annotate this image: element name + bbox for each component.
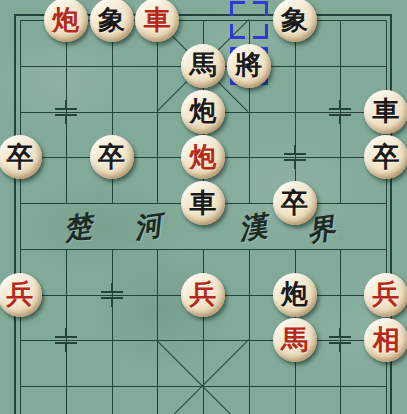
piece-glyph: 卒 bbox=[281, 189, 308, 216]
piece-glyph: 卒 bbox=[373, 143, 400, 170]
piece-glyph: 炮 bbox=[190, 143, 217, 170]
piece-black-elephant[interactable]: 象 bbox=[90, 0, 134, 42]
grid-line bbox=[249, 249, 250, 414]
piece-red-soldier[interactable]: 兵 bbox=[364, 273, 407, 317]
piece-black-cannon[interactable]: 炮 bbox=[181, 90, 225, 134]
point-marker-stroke bbox=[55, 336, 77, 338]
last-move-marker-corner bbox=[253, 1, 268, 16]
point-marker-stroke bbox=[329, 108, 351, 110]
point-marker-stroke bbox=[294, 145, 296, 153]
point-marker-stroke bbox=[111, 299, 113, 307]
piece-glyph: 炮 bbox=[281, 280, 308, 307]
point-marker-stroke bbox=[294, 161, 296, 169]
piece-black-general[interactable]: 將 bbox=[227, 44, 271, 88]
piece-glyph: 相 bbox=[373, 326, 400, 353]
xiangqi-board[interactable]: 楚河漢界炮象車象馬將炮車卒卒炮卒車卒兵兵炮兵馬相 bbox=[0, 0, 407, 414]
point-marker-stroke bbox=[55, 108, 77, 110]
piece-black-elephant[interactable]: 象 bbox=[273, 0, 317, 42]
piece-black-soldier[interactable]: 卒 bbox=[273, 181, 317, 225]
piece-glyph: 馬 bbox=[190, 51, 217, 78]
last-move-marker-corner bbox=[230, 1, 245, 16]
grid-line bbox=[157, 249, 158, 414]
piece-red-horse[interactable]: 馬 bbox=[273, 318, 317, 362]
piece-glyph: 車 bbox=[144, 6, 171, 33]
point-marker-stroke bbox=[339, 328, 341, 336]
piece-glyph: 將 bbox=[235, 51, 262, 78]
piece-glyph: 卒 bbox=[7, 143, 34, 170]
piece-glyph: 象 bbox=[98, 6, 125, 33]
piece-black-soldier[interactable]: 卒 bbox=[90, 135, 134, 179]
point-marker-stroke bbox=[65, 328, 67, 336]
piece-black-soldier[interactable]: 卒 bbox=[364, 135, 407, 179]
point-marker-stroke bbox=[329, 336, 351, 338]
river-label: 河 bbox=[131, 206, 164, 248]
point-marker-stroke bbox=[339, 116, 341, 124]
piece-black-chariot[interactable]: 車 bbox=[364, 90, 407, 134]
piece-glyph: 兵 bbox=[373, 280, 400, 307]
point-marker-stroke bbox=[284, 153, 306, 155]
grid-line bbox=[112, 249, 113, 414]
piece-black-horse[interactable]: 馬 bbox=[181, 44, 225, 88]
piece-glyph: 馬 bbox=[281, 326, 308, 353]
last-move-marker-corner bbox=[253, 24, 268, 39]
point-marker-stroke bbox=[339, 100, 341, 108]
piece-glyph: 車 bbox=[373, 97, 400, 124]
piece-glyph: 兵 bbox=[190, 280, 217, 307]
piece-glyph: 兵 bbox=[7, 280, 34, 307]
last-move-marker-corner bbox=[230, 24, 245, 39]
piece-red-soldier[interactable]: 兵 bbox=[181, 273, 225, 317]
point-marker-stroke bbox=[65, 116, 67, 124]
point-marker bbox=[55, 100, 77, 124]
point-marker bbox=[329, 328, 351, 352]
piece-red-cannon[interactable]: 炮 bbox=[44, 0, 88, 42]
piece-red-soldier[interactable]: 兵 bbox=[0, 273, 42, 317]
point-marker-stroke bbox=[65, 344, 67, 352]
last-move-marker bbox=[230, 1, 268, 39]
grid-line bbox=[295, 20, 296, 203]
piece-glyph: 卒 bbox=[98, 143, 125, 170]
piece-glyph: 象 bbox=[281, 6, 308, 33]
point-marker bbox=[101, 283, 123, 307]
piece-glyph: 車 bbox=[190, 189, 217, 216]
piece-black-cannon[interactable]: 炮 bbox=[273, 273, 317, 317]
piece-red-elephant[interactable]: 相 bbox=[364, 318, 407, 362]
point-marker-stroke bbox=[339, 344, 341, 352]
point-marker-stroke bbox=[65, 100, 67, 108]
piece-glyph: 炮 bbox=[190, 97, 217, 124]
point-marker-stroke bbox=[111, 283, 113, 291]
piece-black-chariot[interactable]: 車 bbox=[181, 181, 225, 225]
river-label: 楚 bbox=[61, 207, 94, 249]
point-marker-stroke bbox=[101, 291, 123, 293]
point-marker bbox=[284, 145, 306, 169]
point-marker bbox=[55, 328, 77, 352]
piece-red-cannon[interactable]: 炮 bbox=[181, 135, 225, 179]
grid-line bbox=[20, 20, 21, 414]
piece-glyph: 炮 bbox=[52, 6, 79, 33]
point-marker bbox=[329, 100, 351, 124]
river-label: 漢 bbox=[236, 207, 269, 249]
